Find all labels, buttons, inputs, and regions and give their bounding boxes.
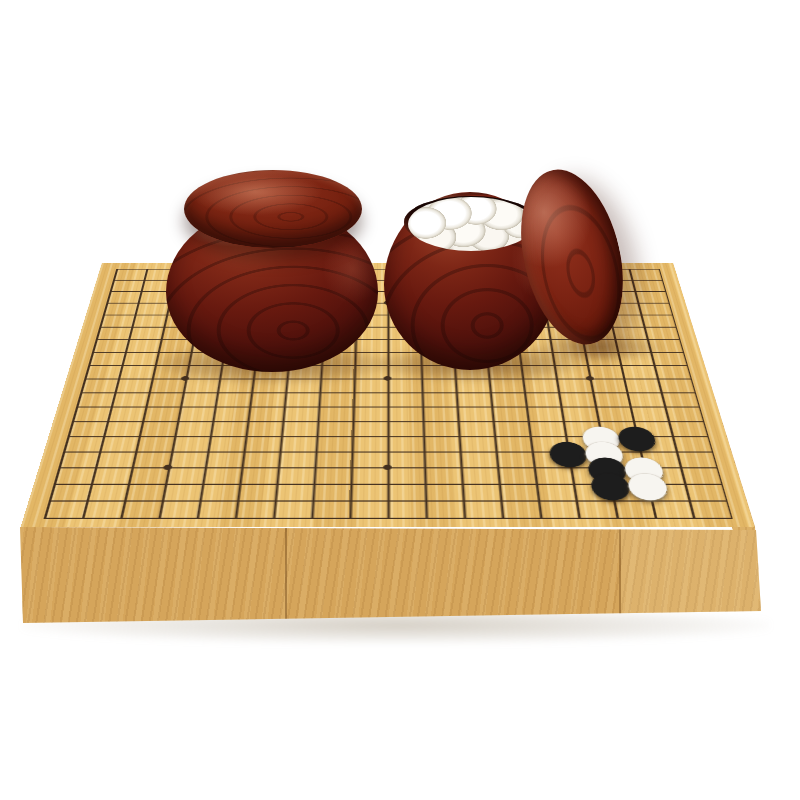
white-stone: ● <box>622 466 673 501</box>
hoshi-point <box>383 376 391 381</box>
go-board: ●●●●●●●● <box>0 0 800 800</box>
go-set-photo: ●●●●●●●● <box>0 0 800 800</box>
hoshi-point <box>163 465 173 470</box>
white-stones-heap <box>408 197 534 251</box>
board-front-face <box>18 527 762 623</box>
hoshi-point <box>585 376 594 381</box>
hoshi-point <box>383 465 392 470</box>
closed-bowl-lid <box>184 170 362 248</box>
